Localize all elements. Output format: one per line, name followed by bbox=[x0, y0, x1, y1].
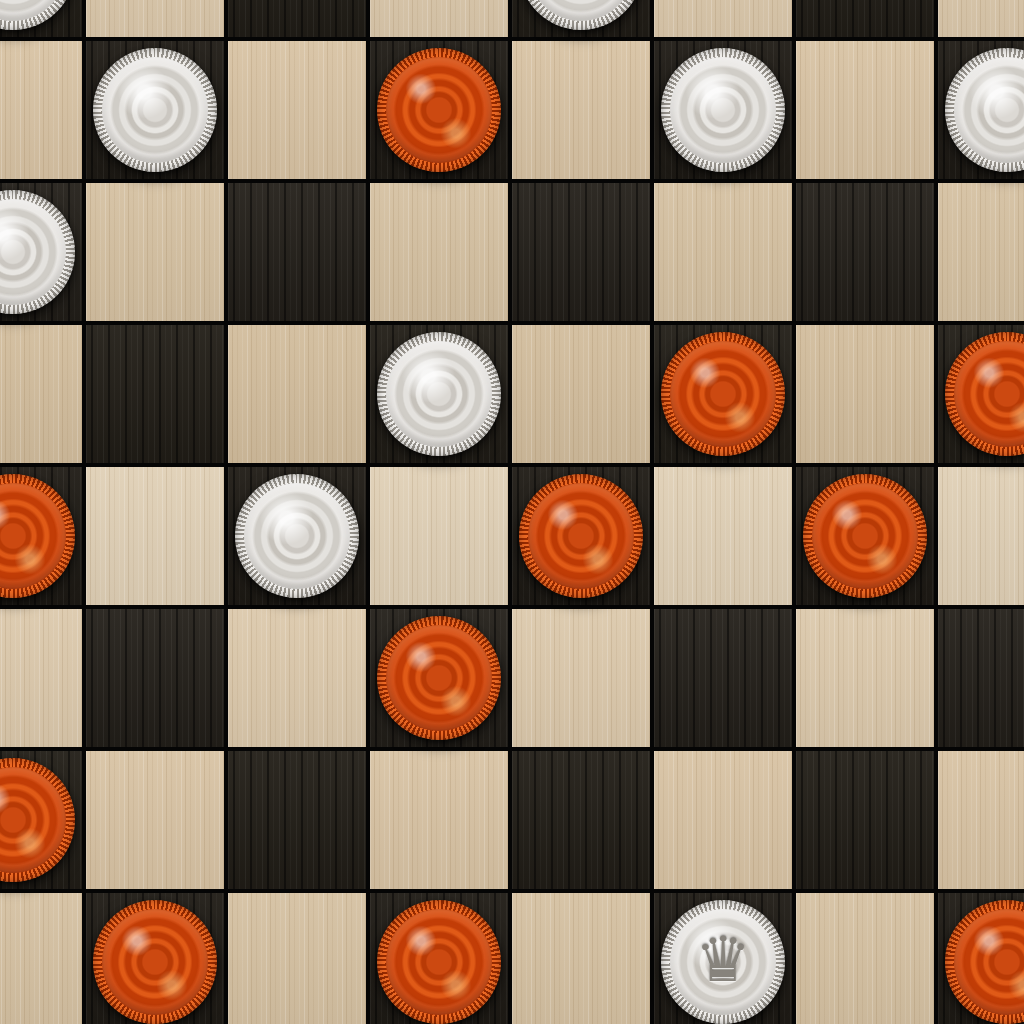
board-square-light bbox=[654, 0, 792, 37]
board-square-dark[interactable] bbox=[938, 609, 1024, 747]
board-square-light bbox=[512, 41, 650, 179]
checker-red-man[interactable] bbox=[803, 474, 927, 598]
board-square-light bbox=[938, 0, 1024, 37]
checker-plate bbox=[670, 341, 776, 447]
checker-plate bbox=[0, 483, 66, 589]
checker-red-man[interactable] bbox=[0, 474, 75, 598]
board-square-dark[interactable] bbox=[512, 751, 650, 889]
checker-plate bbox=[954, 341, 1024, 447]
board-square-dark[interactable] bbox=[370, 41, 508, 179]
board-square-dark[interactable] bbox=[86, 41, 224, 179]
checker-white-man[interactable] bbox=[0, 190, 75, 314]
board-square-dark[interactable] bbox=[370, 325, 508, 463]
board-square-light bbox=[228, 893, 366, 1024]
checker-red-man[interactable] bbox=[93, 900, 217, 1024]
checker-plate bbox=[0, 0, 66, 21]
board-square-light bbox=[796, 609, 934, 747]
checker-plate bbox=[102, 909, 208, 1015]
checker-plate: ♛ bbox=[670, 909, 776, 1015]
board-square-dark[interactable] bbox=[796, 467, 934, 605]
checker-white-man[interactable] bbox=[661, 48, 785, 172]
checker-plate bbox=[528, 483, 634, 589]
board-square-light bbox=[654, 467, 792, 605]
checkers-board-viewport: ♛ bbox=[0, 0, 1024, 1024]
board-square-dark[interactable] bbox=[228, 0, 366, 37]
board-square-light bbox=[512, 609, 650, 747]
board-square-dark[interactable] bbox=[86, 325, 224, 463]
board-square-light bbox=[654, 183, 792, 321]
board-square-dark[interactable] bbox=[228, 467, 366, 605]
checker-white-man[interactable] bbox=[0, 0, 75, 30]
checker-red-man[interactable] bbox=[0, 758, 75, 882]
board-square-light bbox=[86, 751, 224, 889]
board-square-dark[interactable] bbox=[938, 325, 1024, 463]
board-square-dark[interactable] bbox=[228, 751, 366, 889]
board-square-light bbox=[0, 609, 82, 747]
checker-plate bbox=[102, 57, 208, 163]
board-square-light bbox=[796, 893, 934, 1024]
checker-plate bbox=[0, 199, 66, 305]
board-square-light bbox=[0, 41, 82, 179]
board-square-light bbox=[938, 751, 1024, 889]
board-square-dark[interactable] bbox=[0, 183, 82, 321]
checker-plate bbox=[670, 57, 776, 163]
board-square-light bbox=[938, 467, 1024, 605]
checker-plate bbox=[386, 57, 492, 163]
checker-plate bbox=[0, 767, 66, 873]
board: ♛ bbox=[0, 0, 1024, 1024]
board-square-dark[interactable] bbox=[86, 609, 224, 747]
board-square-dark[interactable] bbox=[512, 0, 650, 37]
checker-white-man[interactable] bbox=[93, 48, 217, 172]
checker-plate bbox=[386, 341, 492, 447]
board-square-dark[interactable] bbox=[0, 0, 82, 37]
board-square-dark[interactable] bbox=[228, 183, 366, 321]
board-square-light bbox=[0, 893, 82, 1024]
checker-plate bbox=[954, 909, 1024, 1015]
board-square-light bbox=[86, 0, 224, 37]
board-square-dark[interactable] bbox=[938, 893, 1024, 1024]
board-square-light bbox=[228, 325, 366, 463]
checker-plate bbox=[386, 625, 492, 731]
board-square-light bbox=[370, 751, 508, 889]
board-square-dark[interactable] bbox=[0, 751, 82, 889]
king-crown-icon: ♛ bbox=[695, 929, 751, 991]
board-square-dark[interactable] bbox=[796, 183, 934, 321]
board-square-light bbox=[0, 325, 82, 463]
checker-plate bbox=[386, 909, 492, 1015]
board-square-light bbox=[512, 893, 650, 1024]
board-square-dark[interactable] bbox=[86, 893, 224, 1024]
checker-red-man[interactable] bbox=[945, 900, 1024, 1024]
board-square-light bbox=[86, 183, 224, 321]
checker-plate bbox=[528, 0, 634, 21]
board-square-dark[interactable] bbox=[654, 609, 792, 747]
checker-white-man[interactable] bbox=[945, 48, 1024, 172]
board-square-light bbox=[654, 751, 792, 889]
checker-red-man[interactable] bbox=[377, 48, 501, 172]
board-square-dark[interactable] bbox=[370, 893, 508, 1024]
checker-red-man[interactable] bbox=[945, 332, 1024, 456]
checker-red-man[interactable] bbox=[377, 900, 501, 1024]
board-square-light bbox=[370, 0, 508, 37]
board-square-light bbox=[86, 467, 224, 605]
board-square-dark[interactable] bbox=[370, 609, 508, 747]
board-square-light bbox=[796, 325, 934, 463]
board-square-light bbox=[370, 183, 508, 321]
board-square-light bbox=[228, 41, 366, 179]
board-square-dark[interactable] bbox=[796, 0, 934, 37]
checker-white-man[interactable] bbox=[235, 474, 359, 598]
checker-plate bbox=[812, 483, 918, 589]
checker-white-king[interactable]: ♛ bbox=[661, 900, 785, 1024]
board-square-dark[interactable] bbox=[938, 41, 1024, 179]
board-square-dark[interactable] bbox=[0, 467, 82, 605]
checker-red-man[interactable] bbox=[661, 332, 785, 456]
checker-white-man[interactable] bbox=[519, 0, 643, 30]
checker-plate bbox=[244, 483, 350, 589]
board-square-dark[interactable] bbox=[796, 751, 934, 889]
board-square-dark[interactable] bbox=[654, 41, 792, 179]
board-square-dark[interactable]: ♛ bbox=[654, 893, 792, 1024]
board-square-dark[interactable] bbox=[512, 467, 650, 605]
checker-white-man[interactable] bbox=[377, 332, 501, 456]
checker-red-man[interactable] bbox=[519, 474, 643, 598]
board-square-light bbox=[512, 325, 650, 463]
board-square-dark[interactable] bbox=[654, 325, 792, 463]
checker-plate bbox=[954, 57, 1024, 163]
board-square-light bbox=[938, 183, 1024, 321]
board-square-light bbox=[228, 609, 366, 747]
board-square-light bbox=[796, 41, 934, 179]
checker-red-man[interactable] bbox=[377, 616, 501, 740]
board-square-light bbox=[370, 467, 508, 605]
board-square-dark[interactable] bbox=[512, 183, 650, 321]
